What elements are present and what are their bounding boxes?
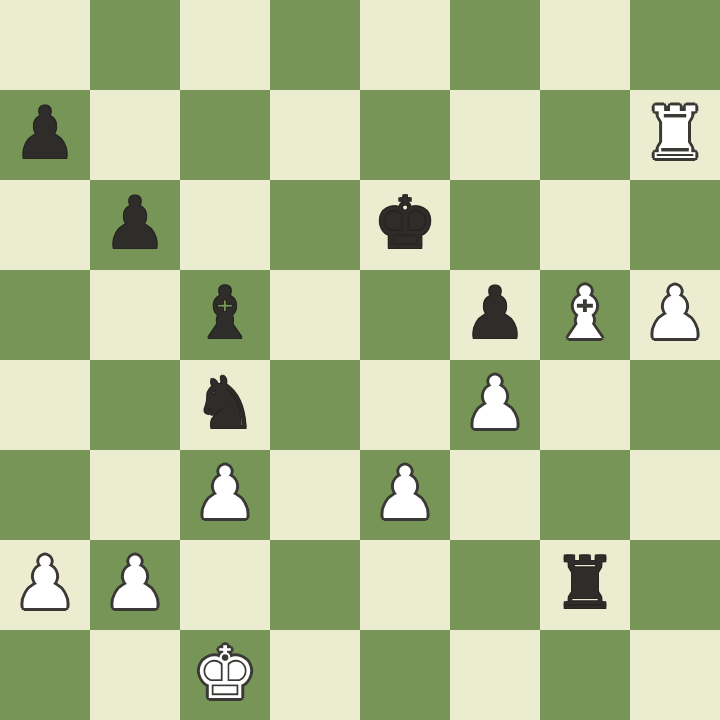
square-d5[interactable] xyxy=(270,270,360,360)
square-f1[interactable] xyxy=(450,630,540,720)
chess-board: ♟♜♟♚♝♟♝♟♞♟♟♟♟♟♜♚ xyxy=(0,0,720,720)
square-b5[interactable] xyxy=(90,270,180,360)
piece-white-pawn[interactable]: ♟ xyxy=(103,538,168,628)
square-a5[interactable] xyxy=(0,270,90,360)
piece-white-pawn[interactable]: ♟ xyxy=(463,358,528,448)
square-h7[interactable]: ♜ xyxy=(630,90,720,180)
piece-white-pawn[interactable]: ♟ xyxy=(193,448,258,538)
square-f7[interactable] xyxy=(450,90,540,180)
square-e4[interactable] xyxy=(360,360,450,450)
square-g6[interactable] xyxy=(540,180,630,270)
square-b2[interactable]: ♟ xyxy=(90,540,180,630)
piece-black-king[interactable]: ♚ xyxy=(373,178,438,268)
square-d6[interactable] xyxy=(270,180,360,270)
square-e2[interactable] xyxy=(360,540,450,630)
square-b4[interactable] xyxy=(90,360,180,450)
square-a8[interactable] xyxy=(0,0,90,90)
square-g4[interactable] xyxy=(540,360,630,450)
square-a1[interactable] xyxy=(0,630,90,720)
piece-white-rook[interactable]: ♜ xyxy=(643,88,708,178)
square-b7[interactable] xyxy=(90,90,180,180)
square-c1[interactable]: ♚ xyxy=(180,630,270,720)
square-d7[interactable] xyxy=(270,90,360,180)
square-h8[interactable] xyxy=(630,0,720,90)
square-e3[interactable]: ♟ xyxy=(360,450,450,540)
square-f3[interactable] xyxy=(450,450,540,540)
square-g2[interactable]: ♜ xyxy=(540,540,630,630)
square-c5[interactable]: ♝ xyxy=(180,270,270,360)
square-c4[interactable]: ♞ xyxy=(180,360,270,450)
square-f4[interactable]: ♟ xyxy=(450,360,540,450)
square-b8[interactable] xyxy=(90,0,180,90)
square-f8[interactable] xyxy=(450,0,540,90)
square-g3[interactable] xyxy=(540,450,630,540)
square-h2[interactable] xyxy=(630,540,720,630)
square-d8[interactable] xyxy=(270,0,360,90)
piece-black-pawn[interactable]: ♟ xyxy=(103,178,168,268)
piece-black-pawn[interactable]: ♟ xyxy=(13,88,78,178)
square-h3[interactable] xyxy=(630,450,720,540)
square-h1[interactable] xyxy=(630,630,720,720)
square-c2[interactable] xyxy=(180,540,270,630)
square-g8[interactable] xyxy=(540,0,630,90)
square-b6[interactable]: ♟ xyxy=(90,180,180,270)
square-a3[interactable] xyxy=(0,450,90,540)
piece-white-pawn[interactable]: ♟ xyxy=(643,268,708,358)
square-c3[interactable]: ♟ xyxy=(180,450,270,540)
piece-black-bishop[interactable]: ♝ xyxy=(193,268,258,358)
square-d2[interactable] xyxy=(270,540,360,630)
piece-black-pawn[interactable]: ♟ xyxy=(463,268,528,358)
square-a2[interactable]: ♟ xyxy=(0,540,90,630)
square-c7[interactable] xyxy=(180,90,270,180)
square-e7[interactable] xyxy=(360,90,450,180)
square-d1[interactable] xyxy=(270,630,360,720)
piece-white-king[interactable]: ♚ xyxy=(193,628,258,718)
square-a6[interactable] xyxy=(0,180,90,270)
square-d3[interactable] xyxy=(270,450,360,540)
square-g7[interactable] xyxy=(540,90,630,180)
square-b3[interactable] xyxy=(90,450,180,540)
square-f6[interactable] xyxy=(450,180,540,270)
square-h6[interactable] xyxy=(630,180,720,270)
square-b1[interactable] xyxy=(90,630,180,720)
piece-white-pawn[interactable]: ♟ xyxy=(373,448,438,538)
piece-black-rook[interactable]: ♜ xyxy=(553,538,618,628)
piece-black-knight[interactable]: ♞ xyxy=(193,358,258,448)
square-f2[interactable] xyxy=(450,540,540,630)
square-e1[interactable] xyxy=(360,630,450,720)
square-e5[interactable] xyxy=(360,270,450,360)
square-e6[interactable]: ♚ xyxy=(360,180,450,270)
square-c8[interactable] xyxy=(180,0,270,90)
square-f5[interactable]: ♟ xyxy=(450,270,540,360)
square-h5[interactable]: ♟ xyxy=(630,270,720,360)
square-g1[interactable] xyxy=(540,630,630,720)
square-h4[interactable] xyxy=(630,360,720,450)
square-c6[interactable] xyxy=(180,180,270,270)
square-g5[interactable]: ♝ xyxy=(540,270,630,360)
piece-white-pawn[interactable]: ♟ xyxy=(13,538,78,628)
square-a4[interactable] xyxy=(0,360,90,450)
square-a7[interactable]: ♟ xyxy=(0,90,90,180)
piece-white-bishop[interactable]: ♝ xyxy=(553,268,618,358)
square-d4[interactable] xyxy=(270,360,360,450)
square-e8[interactable] xyxy=(360,0,450,90)
